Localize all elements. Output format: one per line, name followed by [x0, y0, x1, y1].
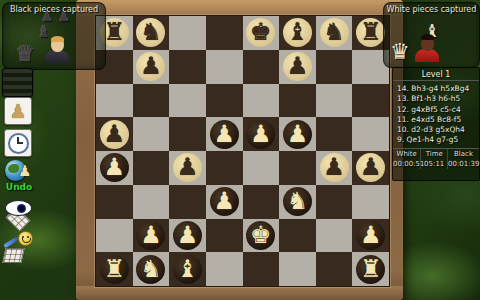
square-e3[interactable] — [243, 185, 280, 219]
piece-black-pawn-b7[interactable]: ♟ — [136, 52, 165, 81]
square-f4[interactable] — [279, 151, 316, 185]
square-h4[interactable]: ♟ — [352, 151, 389, 185]
piece-black-rook-h8[interactable]: ♜ — [356, 18, 385, 47]
eye-icon — [5, 200, 32, 216]
square-e5[interactable]: ♟ — [243, 117, 280, 151]
square-b5[interactable] — [133, 117, 170, 151]
black-clock-value: 00:01:39 — [448, 159, 479, 169]
square-a4[interactable]: ♟ — [96, 151, 133, 185]
square-b3[interactable] — [133, 185, 170, 219]
square-d1[interactable] — [206, 252, 243, 286]
square-d7[interactable] — [206, 50, 243, 84]
white-player-avatar — [45, 37, 69, 67]
square-h6[interactable] — [352, 84, 389, 118]
square-b8[interactable]: ♞ — [133, 16, 170, 50]
move-entry: 10. d2-d3 g5xQh4 — [397, 125, 479, 135]
move-entry: 13. Bf1-h3 h6-h5 — [397, 94, 479, 104]
square-g8[interactable]: ♞ — [316, 16, 353, 50]
square-c4[interactable]: ♟ — [169, 151, 206, 185]
piece-black-knight-b8[interactable]: ♞ — [136, 18, 165, 47]
piece-white-knight-f3[interactable]: ♞ — [283, 187, 312, 216]
piece-white-pawn-a4[interactable]: ♟ — [100, 153, 129, 182]
level-indicator: Level 1 — [393, 68, 479, 81]
square-h2[interactable]: ♟ — [352, 219, 389, 253]
avatar-head — [51, 37, 64, 52]
square-a5[interactable]: ♟ — [96, 117, 133, 151]
square-d4[interactable] — [206, 151, 243, 185]
square-a6[interactable] — [96, 84, 133, 118]
captured-queen: ♛ — [390, 39, 410, 64]
eye-iris — [17, 204, 26, 213]
new-game-button[interactable]: ♟ — [4, 97, 32, 125]
game-info-panel: Level 1 14. Bh3-g4 h5xBg413. Bf1-h3 h6-h… — [392, 67, 480, 181]
smiley-icon — [18, 231, 33, 246]
square-c8[interactable] — [169, 16, 206, 50]
square-a2[interactable] — [96, 219, 133, 253]
square-b4[interactable] — [133, 151, 170, 185]
piece-white-pawn-d5[interactable]: ♟ — [210, 120, 239, 149]
review-moves-button[interactable] — [2, 199, 34, 229]
piece-black-pawn-a5[interactable]: ♟ — [100, 120, 129, 149]
move-entry: 9. Qe1-h4 g7-g5 — [397, 135, 479, 145]
square-e1[interactable] — [243, 252, 280, 286]
square-e2[interactable]: ♚ — [243, 219, 280, 253]
undo-button[interactable]: ♟ Undo — [3, 160, 35, 200]
piece-black-pawn-c4[interactable]: ♟ — [173, 153, 202, 182]
pawn-icon: ♟ — [9, 98, 26, 124]
black-captured-tray: Black pieces captured ♟♟♝♛ — [2, 2, 106, 70]
white-clock-header: White — [393, 149, 421, 159]
black-player-avatar — [415, 36, 439, 66]
square-f7[interactable]: ♟ — [279, 50, 316, 84]
board-frame: ♜♞♚♝♞♜♟♟♟♟♟♟♟♟♟♟♟♞♟♟♚♟♜♞♝♜ — [76, 0, 403, 300]
captured-pawn: ♟ — [58, 9, 70, 24]
piece-white-pawn-h2[interactable]: ♟ — [356, 221, 385, 250]
piece-white-rook-h1[interactable]: ♜ — [356, 255, 385, 284]
piece-white-pawn-f5[interactable]: ♟ — [283, 120, 312, 149]
square-e4[interactable] — [243, 151, 280, 185]
square-e8[interactable]: ♚ — [243, 16, 280, 50]
square-h5[interactable] — [352, 117, 389, 151]
game-time-value: 05:11 — [421, 159, 448, 169]
black-captured-label: Black pieces captured — [3, 5, 105, 14]
piece-black-pawn-h4[interactable]: ♟ — [356, 153, 385, 182]
square-f6[interactable] — [279, 84, 316, 118]
white-captured-tray: White pieces captured ♝♛ — [383, 2, 480, 68]
pawn-icon: ♟ — [18, 162, 31, 180]
square-a3[interactable] — [96, 185, 133, 219]
square-b7[interactable]: ♟ — [133, 50, 170, 84]
square-f2[interactable] — [279, 219, 316, 253]
white-clock-value: 00:00:51 — [393, 159, 421, 169]
menu-button[interactable] — [2, 68, 33, 97]
piece-white-pawn-e5[interactable]: ♟ — [246, 120, 275, 149]
square-e6[interactable] — [243, 84, 280, 118]
square-e7[interactable] — [243, 50, 280, 84]
hint-button[interactable] — [2, 231, 34, 263]
square-b1[interactable]: ♞ — [133, 252, 170, 286]
square-c7[interactable] — [169, 50, 206, 84]
square-g5[interactable] — [316, 117, 353, 151]
piece-white-pawn-c2[interactable]: ♟ — [173, 221, 202, 250]
piece-white-pawn-d3[interactable]: ♟ — [210, 187, 239, 216]
clock-settings-button[interactable] — [4, 129, 32, 157]
square-d6[interactable] — [206, 84, 243, 118]
square-g3[interactable] — [316, 185, 353, 219]
captured-queen: ♛ — [15, 41, 35, 66]
black-clock-header: Black — [448, 149, 479, 159]
move-entry: 14. Bh3-g4 h5xBg4 — [397, 84, 479, 94]
move-entry: 11. e4xd5 Bc8-f5 — [397, 115, 479, 125]
square-g1[interactable] — [316, 252, 353, 286]
piece-black-knight-g8[interactable]: ♞ — [320, 18, 349, 47]
undo-label: Undo — [3, 182, 35, 192]
square-b2[interactable]: ♟ — [133, 219, 170, 253]
game-time-header: Time — [421, 149, 448, 159]
square-f3[interactable]: ♞ — [279, 185, 316, 219]
square-f5[interactable]: ♟ — [279, 117, 316, 151]
piece-white-pawn-b2[interactable]: ♟ — [136, 221, 165, 250]
piece-white-king-e2[interactable]: ♚ — [246, 221, 275, 250]
square-h1[interactable]: ♜ — [352, 252, 389, 286]
white-captured-label: White pieces captured — [384, 5, 479, 14]
square-c6[interactable] — [169, 84, 206, 118]
square-d3[interactable]: ♟ — [206, 185, 243, 219]
clock-strip: White Time Black 00:00:51 05:11 00:01:39 — [393, 148, 479, 169]
chess-app-screen: { "game": "chess", "position": { "fen": … — [0, 0, 480, 300]
move-list[interactable]: 14. Bh3-g4 h5xBg413. Bf1-h3 h6-h512. g4x… — [393, 81, 479, 148]
chess-board[interactable]: ♜♞♚♝♞♜♟♟♟♟♟♟♟♟♟♟♟♞♟♟♚♟♜♞♝♜ — [95, 15, 390, 287]
clock-icon — [8, 133, 29, 154]
square-c1[interactable]: ♝ — [169, 252, 206, 286]
square-g7[interactable] — [316, 50, 353, 84]
square-f1[interactable] — [279, 252, 316, 286]
square-h3[interactable] — [352, 185, 389, 219]
square-c2[interactable]: ♟ — [169, 219, 206, 253]
piece-black-pawn-g4[interactable]: ♟ — [320, 153, 349, 182]
square-d2[interactable] — [206, 219, 243, 253]
piece-white-bishop-c1[interactable]: ♝ — [173, 255, 202, 284]
square-c5[interactable] — [169, 117, 206, 151]
square-f8[interactable]: ♝ — [279, 16, 316, 50]
square-g4[interactable]: ♟ — [316, 151, 353, 185]
square-d5[interactable]: ♟ — [206, 117, 243, 151]
avatar-head — [421, 36, 434, 51]
square-d8[interactable] — [206, 16, 243, 50]
mini-board-icon — [2, 248, 24, 263]
move-entry: 12. g4xBf5 c5-c4 — [397, 105, 479, 115]
square-g2[interactable] — [316, 219, 353, 253]
piece-black-pawn-f7[interactable]: ♟ — [283, 52, 312, 81]
square-b6[interactable] — [133, 84, 170, 118]
square-g6[interactable] — [316, 84, 353, 118]
piece-white-rook-a1[interactable]: ♜ — [100, 255, 129, 284]
piece-black-bishop-f8[interactable]: ♝ — [283, 18, 312, 47]
square-c3[interactable] — [169, 185, 206, 219]
square-a1[interactable]: ♜ — [96, 252, 133, 286]
piece-white-knight-b1[interactable]: ♞ — [136, 255, 165, 284]
piece-black-king-e8[interactable]: ♚ — [246, 18, 275, 47]
